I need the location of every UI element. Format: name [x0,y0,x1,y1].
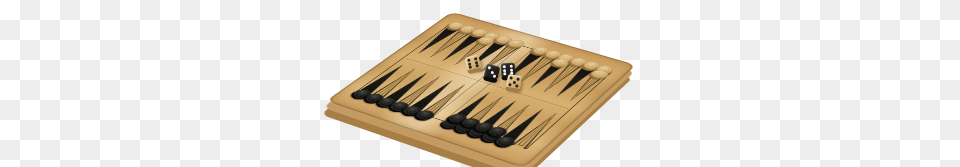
die-pip [509,65,512,68]
die-pip [475,64,479,68]
die-pip [504,72,507,75]
die-pip [493,74,497,78]
die-pip [510,76,513,79]
backgammon-board [326,12,636,167]
transparent-canvas [0,0,960,167]
die-pip [516,78,519,81]
wood-die-5[interactable] [506,74,522,90]
die-pip [512,80,515,83]
die-pip [488,66,492,70]
wood-die-6[interactable] [465,55,482,72]
die-pip [467,58,471,62]
die-pip [473,57,477,61]
die-pip [490,70,494,74]
playing-field [355,24,612,149]
die-pip [469,65,473,69]
die-pip [508,83,511,86]
die-pip [503,65,506,68]
die-pip [515,84,518,87]
